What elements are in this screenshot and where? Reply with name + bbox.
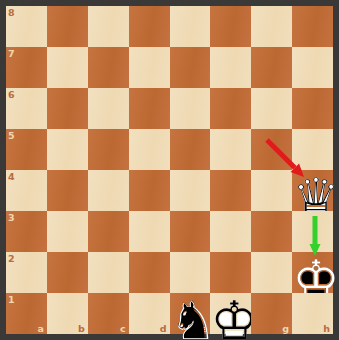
square-b3[interactable] — [47, 211, 88, 252]
white-king-f1[interactable]: ♚♔ — [210, 293, 251, 334]
square-f2[interactable] — [210, 252, 251, 293]
square-h8[interactable] — [292, 6, 333, 47]
square-b8[interactable] — [47, 6, 88, 47]
square-a1[interactable]: 1a — [6, 293, 47, 334]
black-knight-e1[interactable]: ♞♘ — [170, 293, 211, 334]
square-a8[interactable]: 8 — [6, 6, 47, 47]
square-c8[interactable] — [88, 6, 129, 47]
square-e4[interactable] — [170, 170, 211, 211]
file-label-b: b — [78, 324, 85, 334]
square-c7[interactable] — [88, 47, 129, 88]
square-f1[interactable]: f♚♔ — [210, 293, 251, 334]
square-f4[interactable] — [210, 170, 251, 211]
rank-label-6: 6 — [8, 90, 15, 100]
square-d8[interactable] — [129, 6, 170, 47]
white-queen-h4[interactable]: ♛♕ — [292, 170, 333, 211]
square-e1[interactable]: e♞♘ — [170, 293, 211, 334]
file-label-c: c — [120, 324, 126, 334]
square-a3[interactable]: 3 — [6, 211, 47, 252]
square-d6[interactable] — [129, 88, 170, 129]
rank-label-7: 7 — [8, 49, 15, 59]
square-d7[interactable] — [129, 47, 170, 88]
square-g4[interactable] — [251, 170, 292, 211]
square-e7[interactable] — [170, 47, 211, 88]
file-label-h: h — [323, 324, 330, 334]
square-b5[interactable] — [47, 129, 88, 170]
file-label-g: g — [282, 324, 289, 334]
square-c1[interactable]: c — [88, 293, 129, 334]
file-label-d: d — [160, 324, 167, 334]
square-h3[interactable] — [292, 211, 333, 252]
square-a5[interactable]: 5 — [6, 129, 47, 170]
square-f6[interactable] — [210, 88, 251, 129]
square-e5[interactable] — [170, 129, 211, 170]
square-e2[interactable] — [170, 252, 211, 293]
square-g6[interactable] — [251, 88, 292, 129]
chess-board: 87654♛♕32♚♔1abcde♞♘f♚♔gh — [6, 6, 333, 334]
square-a4[interactable]: 4 — [6, 170, 47, 211]
square-f5[interactable] — [210, 129, 251, 170]
square-d1[interactable]: d — [129, 293, 170, 334]
file-label-a: a — [37, 324, 43, 334]
chessboard-frame: 87654♛♕32♚♔1abcde♞♘f♚♔gh — [0, 0, 339, 340]
square-g2[interactable] — [251, 252, 292, 293]
square-c4[interactable] — [88, 170, 129, 211]
square-h6[interactable] — [292, 88, 333, 129]
square-d3[interactable] — [129, 211, 170, 252]
square-c2[interactable] — [88, 252, 129, 293]
square-e6[interactable] — [170, 88, 211, 129]
square-e3[interactable] — [170, 211, 211, 252]
square-d5[interactable] — [129, 129, 170, 170]
square-b1[interactable]: b — [47, 293, 88, 334]
square-b6[interactable] — [47, 88, 88, 129]
square-a6[interactable]: 6 — [6, 88, 47, 129]
rank-label-4: 4 — [8, 172, 15, 182]
square-a2[interactable]: 2 — [6, 252, 47, 293]
square-h5[interactable] — [292, 129, 333, 170]
rank-label-2: 2 — [8, 254, 15, 264]
square-h2[interactable]: ♚♔ — [292, 252, 333, 293]
square-f7[interactable] — [210, 47, 251, 88]
square-h4[interactable]: ♛♕ — [292, 170, 333, 211]
rank-label-3: 3 — [8, 213, 15, 223]
square-b4[interactable] — [47, 170, 88, 211]
square-g1[interactable]: g — [251, 293, 292, 334]
square-a7[interactable]: 7 — [6, 47, 47, 88]
square-b7[interactable] — [47, 47, 88, 88]
rank-label-8: 8 — [8, 8, 15, 18]
square-g7[interactable] — [251, 47, 292, 88]
square-c6[interactable] — [88, 88, 129, 129]
square-h1[interactable]: h — [292, 293, 333, 334]
rank-label-5: 5 — [8, 131, 15, 141]
square-f3[interactable] — [210, 211, 251, 252]
black-king-h2[interactable]: ♚♔ — [292, 252, 333, 293]
square-e8[interactable] — [170, 6, 211, 47]
square-g3[interactable] — [251, 211, 292, 252]
square-c3[interactable] — [88, 211, 129, 252]
square-h7[interactable] — [292, 47, 333, 88]
square-g8[interactable] — [251, 6, 292, 47]
square-c5[interactable] — [88, 129, 129, 170]
square-f8[interactable] — [210, 6, 251, 47]
square-d4[interactable] — [129, 170, 170, 211]
square-g5[interactable] — [251, 129, 292, 170]
square-b2[interactable] — [47, 252, 88, 293]
square-d2[interactable] — [129, 252, 170, 293]
rank-label-1: 1 — [8, 295, 15, 305]
